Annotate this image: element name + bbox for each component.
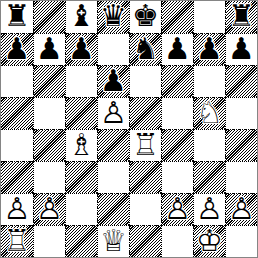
square-h4[interactable] [225, 129, 257, 161]
square-c5[interactable] [65, 97, 97, 129]
square-d6[interactable]: ♟ [97, 65, 129, 97]
white-bishop-outline: ♗ [66, 129, 97, 160]
square-e3[interactable] [129, 161, 161, 193]
chess-board-diagram: ♜♝♛♚♜♟♟♟♞♟♟♟♟♟♙♞♘♝♗♜♖♟♙♟♙♟♙♟♙♟♙♜♖♛♕♚♔ [0, 0, 258, 258]
black-pawn-glyph: ♟ [226, 33, 257, 64]
white-rook-outline: ♖ [130, 129, 161, 160]
white-rook-outline: ♖ [1, 225, 33, 256]
square-a3[interactable] [1, 161, 33, 193]
square-f3[interactable] [161, 161, 193, 193]
white-pawn-a2: ♟♙ [1, 194, 33, 225]
square-a6[interactable] [1, 65, 33, 97]
black-pawn-h7: ♟ [226, 34, 257, 65]
square-a5[interactable] [1, 97, 33, 129]
square-g3[interactable] [193, 161, 225, 193]
square-h3[interactable] [225, 161, 257, 193]
white-bishop-c4: ♝♗ [66, 130, 97, 161]
white-queen-silhouette: ♛ [98, 225, 129, 256]
white-pawn-silhouette: ♟ [98, 97, 129, 128]
black-rook-h8: ♜ [226, 1, 257, 33]
square-h1[interactable] [225, 225, 257, 257]
black-pawn-glyph: ♟ [66, 33, 97, 64]
black-bishop-glyph: ♝ [66, 0, 97, 32]
black-bishop-c8: ♝ [66, 1, 97, 33]
black-rook-glyph: ♜ [1, 0, 33, 32]
square-h6[interactable] [225, 65, 257, 97]
black-queen-d8: ♛ [98, 1, 129, 33]
white-queen-outline: ♕ [98, 225, 129, 256]
square-e4[interactable]: ♜♖ [129, 129, 161, 161]
chess-board: ♜♝♛♚♜♟♟♟♞♟♟♟♟♟♙♞♘♝♗♜♖♟♙♟♙♟♙♟♙♟♙♜♖♛♕♚♔ [1, 1, 257, 257]
square-h2[interactable]: ♟♙ [225, 193, 257, 225]
square-b1[interactable] [33, 225, 65, 257]
white-king-silhouette: ♚ [194, 225, 225, 256]
square-g1[interactable]: ♚♔ [193, 225, 225, 257]
white-knight-outline: ♘ [194, 97, 225, 128]
square-c6[interactable] [65, 65, 97, 97]
white-queen-d1: ♛♕ [98, 226, 129, 257]
white-pawn-silhouette: ♟ [162, 193, 193, 224]
square-c1[interactable] [65, 225, 97, 257]
square-d4[interactable] [97, 129, 129, 161]
white-pawn-h2: ♟♙ [226, 194, 257, 225]
square-g5[interactable]: ♞♘ [193, 97, 225, 129]
black-pawn-b7: ♟ [34, 34, 65, 65]
square-b8[interactable] [33, 1, 65, 33]
square-d5[interactable]: ♟♙ [97, 97, 129, 129]
square-b4[interactable] [33, 129, 65, 161]
white-rook-e4: ♜♖ [130, 130, 161, 161]
white-rook-silhouette: ♜ [130, 129, 161, 160]
white-pawn-d5: ♟♙ [98, 98, 129, 129]
white-rook-a1: ♜♖ [1, 226, 33, 257]
white-knight-g5: ♞♘ [194, 98, 225, 129]
square-f1[interactable] [161, 225, 193, 257]
white-pawn-outline: ♙ [162, 193, 193, 224]
square-c3[interactable] [65, 161, 97, 193]
black-rook-a8: ♜ [1, 1, 33, 33]
black-pawn-glyph: ♟ [1, 33, 33, 64]
square-g6[interactable] [193, 65, 225, 97]
white-pawn-silhouette: ♟ [34, 193, 65, 224]
white-pawn-outline: ♙ [1, 193, 33, 224]
square-g2[interactable]: ♟♙ [193, 193, 225, 225]
square-h7[interactable]: ♟ [225, 33, 257, 65]
white-pawn-outline: ♙ [226, 193, 257, 224]
square-b3[interactable] [33, 161, 65, 193]
black-queen-glyph: ♛ [98, 0, 129, 32]
square-d3[interactable] [97, 161, 129, 193]
square-f4[interactable] [161, 129, 193, 161]
white-pawn-g2: ♟♙ [194, 194, 225, 225]
white-pawn-f2: ♟♙ [162, 194, 193, 225]
white-pawn-silhouette: ♟ [226, 193, 257, 224]
square-c4[interactable]: ♝♗ [65, 129, 97, 161]
square-h5[interactable] [225, 97, 257, 129]
black-pawn-g7: ♟ [194, 34, 225, 65]
black-pawn-a7: ♟ [1, 34, 33, 65]
square-d8[interactable]: ♛ [97, 1, 129, 33]
square-g4[interactable] [193, 129, 225, 161]
black-king-glyph: ♚ [130, 0, 161, 32]
square-b2[interactable]: ♟♙ [33, 193, 65, 225]
square-d1[interactable]: ♛♕ [97, 225, 129, 257]
square-e8[interactable]: ♚ [129, 1, 161, 33]
black-pawn-glyph: ♟ [98, 65, 129, 96]
square-a1[interactable]: ♜♖ [1, 225, 33, 257]
square-a4[interactable] [1, 129, 33, 161]
black-pawn-glyph: ♟ [34, 33, 65, 64]
black-king-e8: ♚ [130, 1, 161, 33]
white-pawn-b2: ♟♙ [34, 194, 65, 225]
white-king-g1: ♚♔ [194, 226, 225, 257]
square-f6[interactable] [161, 65, 193, 97]
white-bishop-silhouette: ♝ [66, 129, 97, 160]
black-knight-e7: ♞ [130, 34, 161, 65]
square-e7[interactable]: ♞ [129, 33, 161, 65]
square-c7[interactable]: ♟ [65, 33, 97, 65]
white-rook-silhouette: ♜ [1, 225, 33, 256]
square-h8[interactable]: ♜ [225, 1, 257, 33]
white-knight-silhouette: ♞ [194, 97, 225, 128]
black-knight-glyph: ♞ [130, 33, 161, 64]
square-e2[interactable] [129, 193, 161, 225]
square-a7[interactable]: ♟ [1, 33, 33, 65]
black-pawn-d6: ♟ [98, 66, 129, 97]
square-c2[interactable] [65, 193, 97, 225]
black-pawn-glyph: ♟ [194, 33, 225, 64]
white-pawn-silhouette: ♟ [194, 193, 225, 224]
square-f2[interactable]: ♟♙ [161, 193, 193, 225]
black-pawn-c7: ♟ [66, 34, 97, 65]
square-g7[interactable]: ♟ [193, 33, 225, 65]
square-a8[interactable]: ♜ [1, 1, 33, 33]
white-pawn-silhouette: ♟ [1, 193, 33, 224]
square-e5[interactable] [129, 97, 161, 129]
square-b7[interactable]: ♟ [33, 33, 65, 65]
black-pawn-f7: ♟ [162, 34, 193, 65]
square-f7[interactable]: ♟ [161, 33, 193, 65]
square-g8[interactable] [193, 1, 225, 33]
square-d7[interactable] [97, 33, 129, 65]
square-d2[interactable] [97, 193, 129, 225]
square-f8[interactable] [161, 1, 193, 33]
square-e1[interactable] [129, 225, 161, 257]
square-a2[interactable]: ♟♙ [1, 193, 33, 225]
white-king-outline: ♔ [194, 225, 225, 256]
black-pawn-glyph: ♟ [162, 33, 193, 64]
square-b6[interactable] [33, 65, 65, 97]
white-pawn-outline: ♙ [194, 193, 225, 224]
square-e6[interactable] [129, 65, 161, 97]
square-f5[interactable] [161, 97, 193, 129]
black-rook-glyph: ♜ [226, 0, 257, 32]
square-b5[interactable] [33, 97, 65, 129]
white-pawn-outline: ♙ [34, 193, 65, 224]
square-c8[interactable]: ♝ [65, 1, 97, 33]
white-pawn-outline: ♙ [98, 97, 129, 128]
